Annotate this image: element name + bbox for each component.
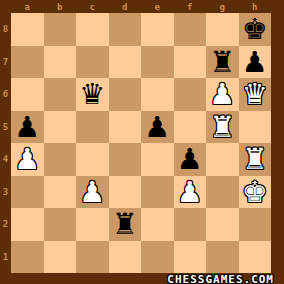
white-pawn: ♟ [79, 176, 105, 208]
square-f4: ♟ [174, 143, 207, 176]
square-g1 [206, 241, 239, 274]
square-f2 [174, 208, 207, 241]
square-d7 [109, 46, 142, 79]
white-rook: ♜ [242, 143, 268, 175]
square-h2 [239, 208, 272, 241]
square-e2 [141, 208, 174, 241]
square-d6 [109, 78, 142, 111]
square-h7: ♟ [239, 46, 272, 79]
square-a7 [11, 46, 44, 79]
square-a4: ♟ [11, 143, 44, 176]
square-a1 [11, 241, 44, 274]
square-g4 [206, 143, 239, 176]
square-e7 [141, 46, 174, 79]
rank-label-5: 5 [0, 111, 11, 144]
black-king: ♚ [242, 13, 268, 45]
square-d4 [109, 143, 142, 176]
black-queen: ♛ [79, 78, 105, 110]
square-c3: ♟ [76, 176, 109, 209]
white-pawn: ♟ [177, 176, 203, 208]
square-e5: ♟ [141, 111, 174, 144]
square-a2 [11, 208, 44, 241]
file-label-b: b [44, 0, 77, 13]
rank-label-6: 6 [0, 78, 11, 111]
square-f1 [174, 241, 207, 274]
square-h5 [239, 111, 272, 144]
square-f6 [174, 78, 207, 111]
square-b2 [44, 208, 77, 241]
chess-board: ♚♜♟♛♟♛♟♟♜♟♟♜♟♟♚♜ [11, 13, 271, 273]
black-pawn: ♟ [177, 143, 203, 175]
white-queen: ♛ [242, 78, 268, 110]
square-c8 [76, 13, 109, 46]
white-rook: ♜ [209, 111, 235, 143]
square-f5 [174, 111, 207, 144]
square-b8 [44, 13, 77, 46]
square-h6: ♛ [239, 78, 272, 111]
square-d5 [109, 111, 142, 144]
square-e4 [141, 143, 174, 176]
file-coordinates: abcdefgh [11, 0, 271, 13]
file-label-h: h [239, 0, 272, 13]
square-d1 [109, 241, 142, 274]
square-h3: ♚ [239, 176, 272, 209]
square-g3 [206, 176, 239, 209]
board-frame: abcdefgh 87654321 ♚♜♟♛♟♛♟♟♜♟♟♜♟♟♚♜ CHESS… [0, 0, 284, 284]
square-f3: ♟ [174, 176, 207, 209]
white-pawn: ♟ [209, 78, 235, 110]
square-f8 [174, 13, 207, 46]
rank-label-3: 3 [0, 176, 11, 209]
square-b6 [44, 78, 77, 111]
square-d8 [109, 13, 142, 46]
square-b1 [44, 241, 77, 274]
square-a6 [11, 78, 44, 111]
square-g5: ♜ [206, 111, 239, 144]
file-label-f: f [174, 0, 207, 13]
square-c6: ♛ [76, 78, 109, 111]
black-rook: ♜ [209, 46, 235, 78]
square-c7 [76, 46, 109, 79]
white-king: ♚ [242, 176, 268, 208]
square-d3 [109, 176, 142, 209]
square-h8: ♚ [239, 13, 272, 46]
square-c2 [76, 208, 109, 241]
white-pawn: ♟ [14, 143, 40, 175]
square-g2 [206, 208, 239, 241]
square-c4 [76, 143, 109, 176]
square-c1 [76, 241, 109, 274]
black-rook: ♜ [112, 208, 138, 240]
square-g8 [206, 13, 239, 46]
square-f7 [174, 46, 207, 79]
square-b5 [44, 111, 77, 144]
square-c5 [76, 111, 109, 144]
square-g7: ♜ [206, 46, 239, 79]
file-label-e: e [141, 0, 174, 13]
rank-label-8: 8 [0, 13, 11, 46]
square-b3 [44, 176, 77, 209]
rank-label-7: 7 [0, 46, 11, 79]
square-b7 [44, 46, 77, 79]
square-e1 [141, 241, 174, 274]
rank-coordinates: 87654321 [0, 13, 11, 273]
square-g6: ♟ [206, 78, 239, 111]
file-label-a: a [11, 0, 44, 13]
square-h4: ♜ [239, 143, 272, 176]
black-pawn: ♟ [144, 111, 170, 143]
site-branding: CHESSGAMES.COM [167, 273, 274, 284]
square-a3 [11, 176, 44, 209]
square-a5: ♟ [11, 111, 44, 144]
rank-label-2: 2 [0, 208, 11, 241]
square-h1 [239, 241, 272, 274]
square-d2: ♜ [109, 208, 142, 241]
rank-label-4: 4 [0, 143, 11, 176]
file-label-c: c [76, 0, 109, 13]
square-e6 [141, 78, 174, 111]
square-e8 [141, 13, 174, 46]
file-label-g: g [206, 0, 239, 13]
black-pawn: ♟ [242, 46, 268, 78]
black-pawn: ♟ [14, 111, 40, 143]
file-label-d: d [109, 0, 142, 13]
rank-label-1: 1 [0, 241, 11, 274]
square-e3 [141, 176, 174, 209]
square-b4 [44, 143, 77, 176]
square-a8 [11, 13, 44, 46]
